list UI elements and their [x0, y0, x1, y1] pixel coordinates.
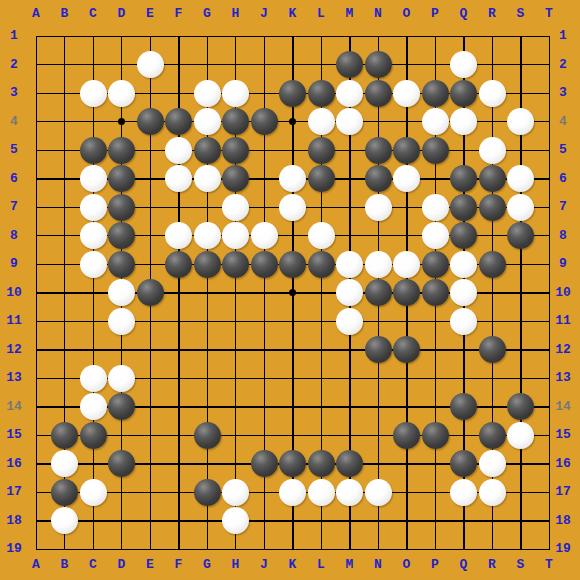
- point-N17[interactable]: [364, 478, 393, 507]
- point-P2[interactable]: [421, 50, 450, 79]
- point-S3[interactable]: [506, 79, 535, 108]
- point-L18[interactable]: [307, 506, 336, 535]
- point-R2[interactable]: [478, 50, 507, 79]
- point-F15[interactable]: [164, 421, 193, 450]
- point-G8[interactable]: [193, 221, 222, 250]
- point-B10[interactable]: [50, 278, 79, 307]
- point-L11[interactable]: [307, 307, 336, 336]
- point-F9[interactable]: [164, 250, 193, 279]
- point-J12[interactable]: [250, 335, 279, 364]
- point-P9[interactable]: [421, 250, 450, 279]
- point-G16[interactable]: [193, 449, 222, 478]
- point-P14[interactable]: [421, 392, 450, 421]
- point-P8[interactable]: [421, 221, 450, 250]
- point-S1[interactable]: [506, 22, 535, 51]
- point-Q13[interactable]: [449, 364, 478, 393]
- point-D6[interactable]: [107, 164, 136, 193]
- point-J11[interactable]: [250, 307, 279, 336]
- point-K11[interactable]: [278, 307, 307, 336]
- point-R16[interactable]: [478, 449, 507, 478]
- point-O2[interactable]: [392, 50, 421, 79]
- point-K6[interactable]: [278, 164, 307, 193]
- point-O4[interactable]: [392, 107, 421, 136]
- point-L10[interactable]: [307, 278, 336, 307]
- point-N13[interactable]: [364, 364, 393, 393]
- point-F6[interactable]: [164, 164, 193, 193]
- point-K5[interactable]: [278, 136, 307, 165]
- point-B4[interactable]: [50, 107, 79, 136]
- point-Q7[interactable]: [449, 193, 478, 222]
- point-C17[interactable]: [79, 478, 108, 507]
- point-O13[interactable]: [392, 364, 421, 393]
- point-J8[interactable]: [250, 221, 279, 250]
- point-C15[interactable]: [79, 421, 108, 450]
- point-L16[interactable]: [307, 449, 336, 478]
- point-R1[interactable]: [478, 22, 507, 51]
- point-N9[interactable]: [364, 250, 393, 279]
- point-C7[interactable]: [79, 193, 108, 222]
- point-M1[interactable]: [335, 22, 364, 51]
- point-N6[interactable]: [364, 164, 393, 193]
- point-B9[interactable]: [50, 250, 79, 279]
- point-N10[interactable]: [364, 278, 393, 307]
- point-C1[interactable]: [79, 22, 108, 51]
- point-M16[interactable]: [335, 449, 364, 478]
- point-K15[interactable]: [278, 421, 307, 450]
- point-G9[interactable]: [193, 250, 222, 279]
- point-B15[interactable]: [50, 421, 79, 450]
- point-B13[interactable]: [50, 364, 79, 393]
- point-H6[interactable]: [221, 164, 250, 193]
- point-Q16[interactable]: [449, 449, 478, 478]
- point-M17[interactable]: [335, 478, 364, 507]
- point-P10[interactable]: [421, 278, 450, 307]
- point-B1[interactable]: [50, 22, 79, 51]
- point-G1[interactable]: [193, 22, 222, 51]
- point-M9[interactable]: [335, 250, 364, 279]
- point-O1[interactable]: [392, 22, 421, 51]
- point-E10[interactable]: [136, 278, 165, 307]
- point-C10[interactable]: [79, 278, 108, 307]
- point-D15[interactable]: [107, 421, 136, 450]
- point-E2[interactable]: [136, 50, 165, 79]
- point-H5[interactable]: [221, 136, 250, 165]
- point-P1[interactable]: [421, 22, 450, 51]
- point-M13[interactable]: [335, 364, 364, 393]
- point-M15[interactable]: [335, 421, 364, 450]
- point-O9[interactable]: [392, 250, 421, 279]
- point-H2[interactable]: [221, 50, 250, 79]
- point-S9[interactable]: [506, 250, 535, 279]
- point-G18[interactable]: [193, 506, 222, 535]
- point-O11[interactable]: [392, 307, 421, 336]
- point-P15[interactable]: [421, 421, 450, 450]
- point-L5[interactable]: [307, 136, 336, 165]
- point-F18[interactable]: [164, 506, 193, 535]
- point-O5[interactable]: [392, 136, 421, 165]
- point-E9[interactable]: [136, 250, 165, 279]
- point-S6[interactable]: [506, 164, 535, 193]
- point-N16[interactable]: [364, 449, 393, 478]
- point-G5[interactable]: [193, 136, 222, 165]
- point-H12[interactable]: [221, 335, 250, 364]
- point-L4[interactable]: [307, 107, 336, 136]
- point-H10[interactable]: [221, 278, 250, 307]
- point-E12[interactable]: [136, 335, 165, 364]
- point-O16[interactable]: [392, 449, 421, 478]
- point-S12[interactable]: [506, 335, 535, 364]
- point-B11[interactable]: [50, 307, 79, 336]
- point-R4[interactable]: [478, 107, 507, 136]
- point-M10[interactable]: [335, 278, 364, 307]
- point-R13[interactable]: [478, 364, 507, 393]
- point-D3[interactable]: [107, 79, 136, 108]
- point-N5[interactable]: [364, 136, 393, 165]
- point-L6[interactable]: [307, 164, 336, 193]
- point-R9[interactable]: [478, 250, 507, 279]
- point-N15[interactable]: [364, 421, 393, 450]
- point-E6[interactable]: [136, 164, 165, 193]
- point-L13[interactable]: [307, 364, 336, 393]
- point-H18[interactable]: [221, 506, 250, 535]
- point-H14[interactable]: [221, 392, 250, 421]
- point-O14[interactable]: [392, 392, 421, 421]
- point-C14[interactable]: [79, 392, 108, 421]
- point-G15[interactable]: [193, 421, 222, 450]
- point-D12[interactable]: [107, 335, 136, 364]
- point-L12[interactable]: [307, 335, 336, 364]
- point-P17[interactable]: [421, 478, 450, 507]
- point-C9[interactable]: [79, 250, 108, 279]
- point-J9[interactable]: [250, 250, 279, 279]
- point-R17[interactable]: [478, 478, 507, 507]
- point-D9[interactable]: [107, 250, 136, 279]
- point-H9[interactable]: [221, 250, 250, 279]
- point-R18[interactable]: [478, 506, 507, 535]
- point-Q11[interactable]: [449, 307, 478, 336]
- point-J18[interactable]: [250, 506, 279, 535]
- point-R3[interactable]: [478, 79, 507, 108]
- point-Q3[interactable]: [449, 79, 478, 108]
- point-M18[interactable]: [335, 506, 364, 535]
- point-H11[interactable]: [221, 307, 250, 336]
- point-S7[interactable]: [506, 193, 535, 222]
- point-C2[interactable]: [79, 50, 108, 79]
- point-K16[interactable]: [278, 449, 307, 478]
- point-B18[interactable]: [50, 506, 79, 535]
- point-F1[interactable]: [164, 22, 193, 51]
- point-M14[interactable]: [335, 392, 364, 421]
- point-K7[interactable]: [278, 193, 307, 222]
- point-P13[interactable]: [421, 364, 450, 393]
- point-P5[interactable]: [421, 136, 450, 165]
- point-S4[interactable]: [506, 107, 535, 136]
- point-J17[interactable]: [250, 478, 279, 507]
- point-E3[interactable]: [136, 79, 165, 108]
- point-E15[interactable]: [136, 421, 165, 450]
- point-E16[interactable]: [136, 449, 165, 478]
- point-S2[interactable]: [506, 50, 535, 79]
- point-G10[interactable]: [193, 278, 222, 307]
- point-J5[interactable]: [250, 136, 279, 165]
- point-Q5[interactable]: [449, 136, 478, 165]
- point-H13[interactable]: [221, 364, 250, 393]
- point-B17[interactable]: [50, 478, 79, 507]
- point-K10[interactable]: [278, 278, 307, 307]
- point-R5[interactable]: [478, 136, 507, 165]
- point-H16[interactable]: [221, 449, 250, 478]
- point-K4[interactable]: [278, 107, 307, 136]
- point-E18[interactable]: [136, 506, 165, 535]
- point-Q12[interactable]: [449, 335, 478, 364]
- point-K2[interactable]: [278, 50, 307, 79]
- point-S15[interactable]: [506, 421, 535, 450]
- point-L1[interactable]: [307, 22, 336, 51]
- point-M12[interactable]: [335, 335, 364, 364]
- point-Q18[interactable]: [449, 506, 478, 535]
- point-C3[interactable]: [79, 79, 108, 108]
- point-D18[interactable]: [107, 506, 136, 535]
- point-Q2[interactable]: [449, 50, 478, 79]
- point-O8[interactable]: [392, 221, 421, 250]
- point-E7[interactable]: [136, 193, 165, 222]
- point-N1[interactable]: [364, 22, 393, 51]
- point-F8[interactable]: [164, 221, 193, 250]
- point-N8[interactable]: [364, 221, 393, 250]
- point-F12[interactable]: [164, 335, 193, 364]
- point-C8[interactable]: [79, 221, 108, 250]
- point-P18[interactable]: [421, 506, 450, 535]
- point-Q14[interactable]: [449, 392, 478, 421]
- point-R15[interactable]: [478, 421, 507, 450]
- point-F4[interactable]: [164, 107, 193, 136]
- point-C5[interactable]: [79, 136, 108, 165]
- point-Q15[interactable]: [449, 421, 478, 450]
- point-K14[interactable]: [278, 392, 307, 421]
- point-C12[interactable]: [79, 335, 108, 364]
- point-H1[interactable]: [221, 22, 250, 51]
- point-N18[interactable]: [364, 506, 393, 535]
- point-E1[interactable]: [136, 22, 165, 51]
- point-B3[interactable]: [50, 79, 79, 108]
- point-R6[interactable]: [478, 164, 507, 193]
- point-G6[interactable]: [193, 164, 222, 193]
- point-F14[interactable]: [164, 392, 193, 421]
- point-O7[interactable]: [392, 193, 421, 222]
- point-Q8[interactable]: [449, 221, 478, 250]
- point-J13[interactable]: [250, 364, 279, 393]
- point-S10[interactable]: [506, 278, 535, 307]
- point-J4[interactable]: [250, 107, 279, 136]
- point-P11[interactable]: [421, 307, 450, 336]
- point-B6[interactable]: [50, 164, 79, 193]
- point-G17[interactable]: [193, 478, 222, 507]
- point-K1[interactable]: [278, 22, 307, 51]
- point-S16[interactable]: [506, 449, 535, 478]
- point-E11[interactable]: [136, 307, 165, 336]
- point-K3[interactable]: [278, 79, 307, 108]
- point-H4[interactable]: [221, 107, 250, 136]
- point-K18[interactable]: [278, 506, 307, 535]
- point-P16[interactable]: [421, 449, 450, 478]
- point-F13[interactable]: [164, 364, 193, 393]
- point-J14[interactable]: [250, 392, 279, 421]
- point-L7[interactable]: [307, 193, 336, 222]
- point-P3[interactable]: [421, 79, 450, 108]
- point-G12[interactable]: [193, 335, 222, 364]
- point-J7[interactable]: [250, 193, 279, 222]
- point-B16[interactable]: [50, 449, 79, 478]
- point-S18[interactable]: [506, 506, 535, 535]
- point-N4[interactable]: [364, 107, 393, 136]
- point-B2[interactable]: [50, 50, 79, 79]
- point-B7[interactable]: [50, 193, 79, 222]
- point-G7[interactable]: [193, 193, 222, 222]
- point-K17[interactable]: [278, 478, 307, 507]
- point-C11[interactable]: [79, 307, 108, 336]
- point-D14[interactable]: [107, 392, 136, 421]
- point-M2[interactable]: [335, 50, 364, 79]
- point-E8[interactable]: [136, 221, 165, 250]
- point-D13[interactable]: [107, 364, 136, 393]
- point-J6[interactable]: [250, 164, 279, 193]
- point-D11[interactable]: [107, 307, 136, 336]
- point-N11[interactable]: [364, 307, 393, 336]
- point-M7[interactable]: [335, 193, 364, 222]
- point-F11[interactable]: [164, 307, 193, 336]
- point-R8[interactable]: [478, 221, 507, 250]
- point-R11[interactable]: [478, 307, 507, 336]
- point-P12[interactable]: [421, 335, 450, 364]
- point-O6[interactable]: [392, 164, 421, 193]
- point-O15[interactable]: [392, 421, 421, 450]
- point-O17[interactable]: [392, 478, 421, 507]
- point-J3[interactable]: [250, 79, 279, 108]
- point-C18[interactable]: [79, 506, 108, 535]
- point-C13[interactable]: [79, 364, 108, 393]
- point-J16[interactable]: [250, 449, 279, 478]
- point-N12[interactable]: [364, 335, 393, 364]
- point-S17[interactable]: [506, 478, 535, 507]
- point-P4[interactable]: [421, 107, 450, 136]
- point-B5[interactable]: [50, 136, 79, 165]
- point-F3[interactable]: [164, 79, 193, 108]
- point-H7[interactable]: [221, 193, 250, 222]
- point-D17[interactable]: [107, 478, 136, 507]
- point-O3[interactable]: [392, 79, 421, 108]
- point-C6[interactable]: [79, 164, 108, 193]
- point-Q10[interactable]: [449, 278, 478, 307]
- point-F2[interactable]: [164, 50, 193, 79]
- point-G11[interactable]: [193, 307, 222, 336]
- point-C16[interactable]: [79, 449, 108, 478]
- point-E4[interactable]: [136, 107, 165, 136]
- point-J1[interactable]: [250, 22, 279, 51]
- point-Q1[interactable]: [449, 22, 478, 51]
- point-S11[interactable]: [506, 307, 535, 336]
- point-B14[interactable]: [50, 392, 79, 421]
- point-D7[interactable]: [107, 193, 136, 222]
- point-G14[interactable]: [193, 392, 222, 421]
- point-M4[interactable]: [335, 107, 364, 136]
- point-D8[interactable]: [107, 221, 136, 250]
- point-R14[interactable]: [478, 392, 507, 421]
- point-R7[interactable]: [478, 193, 507, 222]
- point-K8[interactable]: [278, 221, 307, 250]
- point-M3[interactable]: [335, 79, 364, 108]
- point-G3[interactable]: [193, 79, 222, 108]
- point-P6[interactable]: [421, 164, 450, 193]
- point-J10[interactable]: [250, 278, 279, 307]
- point-N14[interactable]: [364, 392, 393, 421]
- point-P7[interactable]: [421, 193, 450, 222]
- point-F5[interactable]: [164, 136, 193, 165]
- point-M5[interactable]: [335, 136, 364, 165]
- point-N7[interactable]: [364, 193, 393, 222]
- point-L3[interactable]: [307, 79, 336, 108]
- point-O10[interactable]: [392, 278, 421, 307]
- point-H3[interactable]: [221, 79, 250, 108]
- point-L8[interactable]: [307, 221, 336, 250]
- point-K13[interactable]: [278, 364, 307, 393]
- point-Q9[interactable]: [449, 250, 478, 279]
- point-E17[interactable]: [136, 478, 165, 507]
- point-S13[interactable]: [506, 364, 535, 393]
- point-L17[interactable]: [307, 478, 336, 507]
- point-L9[interactable]: [307, 250, 336, 279]
- point-D5[interactable]: [107, 136, 136, 165]
- point-L14[interactable]: [307, 392, 336, 421]
- point-E13[interactable]: [136, 364, 165, 393]
- point-R10[interactable]: [478, 278, 507, 307]
- point-Q17[interactable]: [449, 478, 478, 507]
- point-F16[interactable]: [164, 449, 193, 478]
- point-C4[interactable]: [79, 107, 108, 136]
- point-D4[interactable]: [107, 107, 136, 136]
- point-D2[interactable]: [107, 50, 136, 79]
- point-J2[interactable]: [250, 50, 279, 79]
- point-G13[interactable]: [193, 364, 222, 393]
- point-G2[interactable]: [193, 50, 222, 79]
- point-F10[interactable]: [164, 278, 193, 307]
- point-L2[interactable]: [307, 50, 336, 79]
- point-O12[interactable]: [392, 335, 421, 364]
- point-J15[interactable]: [250, 421, 279, 450]
- point-Q4[interactable]: [449, 107, 478, 136]
- point-N3[interactable]: [364, 79, 393, 108]
- point-S5[interactable]: [506, 136, 535, 165]
- point-H15[interactable]: [221, 421, 250, 450]
- point-D1[interactable]: [107, 22, 136, 51]
- point-M11[interactable]: [335, 307, 364, 336]
- point-E14[interactable]: [136, 392, 165, 421]
- point-H8[interactable]: [221, 221, 250, 250]
- point-D16[interactable]: [107, 449, 136, 478]
- point-L15[interactable]: [307, 421, 336, 450]
- point-F7[interactable]: [164, 193, 193, 222]
- point-S8[interactable]: [506, 221, 535, 250]
- point-S14[interactable]: [506, 392, 535, 421]
- point-M6[interactable]: [335, 164, 364, 193]
- point-Q6[interactable]: [449, 164, 478, 193]
- point-O18[interactable]: [392, 506, 421, 535]
- point-K9[interactable]: [278, 250, 307, 279]
- point-E5[interactable]: [136, 136, 165, 165]
- point-F17[interactable]: [164, 478, 193, 507]
- point-H17[interactable]: [221, 478, 250, 507]
- point-K12[interactable]: [278, 335, 307, 364]
- point-M8[interactable]: [335, 221, 364, 250]
